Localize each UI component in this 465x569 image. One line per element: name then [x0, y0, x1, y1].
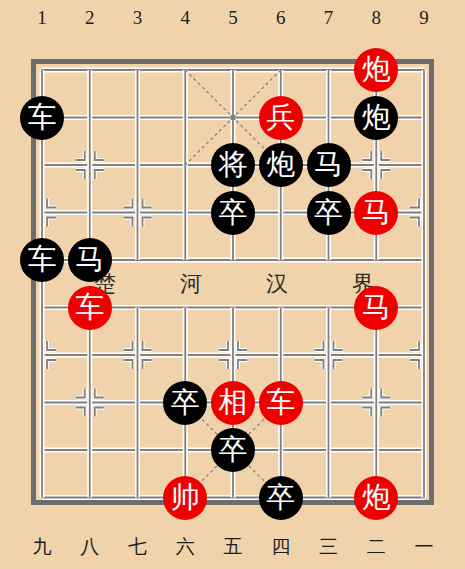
piece-glyph: 马: [354, 286, 398, 330]
file-label-bottom: 五: [209, 533, 257, 561]
piece-black-soldier[interactable]: 卒: [209, 426, 257, 474]
piece-black-horse[interactable]: 马: [66, 236, 114, 284]
file-label-top: 8: [352, 4, 400, 32]
file-label-bottom: 一: [400, 533, 448, 561]
file-label-top: 3: [114, 4, 162, 32]
piece-red-horse[interactable]: 马: [352, 284, 400, 332]
piece-red-horse[interactable]: 马: [352, 189, 400, 237]
piece-red-cannon[interactable]: 炮: [352, 46, 400, 94]
piece-glyph: 车: [20, 238, 64, 282]
piece-glyph: 炮: [354, 48, 398, 92]
piece-glyph: 炮: [259, 143, 303, 187]
xiangqi-board[interactable]: 炮车兵炮将炮马卒卒马车马车马卒相车卒帅卒炮: [18, 46, 448, 521]
piece-glyph: 帅: [163, 476, 207, 520]
file-label-bottom: 七: [114, 533, 162, 561]
piece-black-soldier[interactable]: 卒: [305, 189, 353, 237]
piece-black-soldier[interactable]: 卒: [209, 189, 257, 237]
file-label-bottom: 四: [257, 533, 305, 561]
file-label-bottom: 三: [305, 533, 353, 561]
xiangqi-app: { "game": "xiangqi", "position": { "fen"…: [0, 0, 465, 569]
piece-red-chariot[interactable]: 车: [66, 284, 114, 332]
file-label-top: 9: [400, 4, 448, 32]
file-label-top: 7: [305, 4, 353, 32]
piece-glyph: 卒: [307, 191, 351, 235]
file-label-bottom: 八: [66, 533, 114, 561]
file-label-top: 2: [66, 4, 114, 32]
piece-glyph: 卒: [211, 428, 255, 472]
file-label-top: 1: [18, 4, 66, 32]
piece-glyph: 炮: [354, 476, 398, 520]
piece-red-soldier[interactable]: 兵: [257, 94, 305, 142]
piece-glyph: 卒: [211, 191, 255, 235]
file-label-top: 4: [161, 4, 209, 32]
piece-glyph: 将: [211, 143, 255, 187]
piece-glyph: 卒: [163, 381, 207, 425]
piece-red-chariot[interactable]: 车: [257, 379, 305, 427]
piece-black-chariot[interactable]: 车: [18, 236, 66, 284]
piece-black-cannon[interactable]: 炮: [257, 141, 305, 189]
piece-glyph: 车: [68, 286, 112, 330]
piece-black-soldier[interactable]: 卒: [257, 474, 305, 522]
file-label-top: 6: [257, 4, 305, 32]
file-label-top: 5: [209, 4, 257, 32]
piece-red-elephant[interactable]: 相: [209, 379, 257, 427]
piece-glyph: 车: [20, 96, 64, 140]
file-label-bottom: 六: [161, 533, 209, 561]
piece-black-chariot[interactable]: 车: [18, 94, 66, 142]
piece-black-horse[interactable]: 马: [305, 141, 353, 189]
piece-glyph: 马: [307, 143, 351, 187]
piece-red-cannon[interactable]: 炮: [352, 474, 400, 522]
piece-black-cannon[interactable]: 炮: [352, 94, 400, 142]
file-label-bottom: 九: [18, 533, 66, 561]
piece-glyph: 炮: [354, 96, 398, 140]
piece-glyph: 马: [354, 191, 398, 235]
piece-glyph: 相: [211, 381, 255, 425]
piece-glyph: 卒: [259, 476, 303, 520]
piece-glyph: 车: [259, 381, 303, 425]
file-labels-bottom: 九八七六五四三二一: [18, 533, 448, 561]
piece-glyph: 兵: [259, 96, 303, 140]
file-label-bottom: 二: [352, 533, 400, 561]
file-labels-top: 123456789: [18, 4, 448, 32]
piece-black-soldier[interactable]: 卒: [161, 379, 209, 427]
piece-black-general[interactable]: 将: [209, 141, 257, 189]
piece-glyph: 马: [68, 238, 112, 282]
piece-red-general[interactable]: 帅: [161, 474, 209, 522]
